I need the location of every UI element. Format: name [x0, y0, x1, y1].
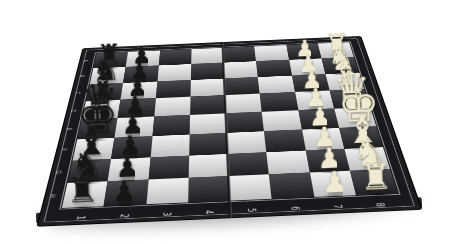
square[interactable] — [256, 60, 291, 77]
square[interactable] — [225, 94, 262, 114]
front-coordinate: 3 — [161, 212, 172, 217]
chess-board-frame: ♜♟♟♜♞♟♟♞♝♟♟♝♛♟♟♛♚♟♟♚♝♟♟♝♞♟♟♞♜♟♟♜ 1234567… — [36, 36, 422, 227]
black-rook[interactable]: ♜ — [61, 171, 104, 209]
square[interactable] — [188, 176, 230, 202]
square[interactable] — [189, 133, 228, 156]
left-coordinate: A — [82, 60, 89, 63]
front-coordinate: 6 — [289, 206, 300, 211]
square[interactable] — [264, 129, 305, 151]
front-coordinate: 1 — [75, 215, 86, 220]
left-coordinate: H — [47, 194, 56, 198]
square[interactable] — [224, 61, 258, 78]
square[interactable]: ♟ — [104, 180, 148, 206]
square[interactable] — [191, 48, 224, 64]
square[interactable] — [188, 154, 228, 178]
square[interactable] — [223, 46, 256, 62]
square[interactable] — [267, 150, 310, 174]
front-coordinate: 4 — [204, 210, 215, 215]
white-pawn[interactable]: ♟ — [312, 167, 355, 198]
square[interactable] — [158, 49, 191, 65]
front-coordinate: 5 — [246, 208, 257, 213]
square[interactable] — [157, 64, 191, 81]
front-coordinate: 8 — [374, 202, 386, 207]
square[interactable] — [190, 95, 226, 115]
square[interactable] — [227, 131, 267, 154]
square[interactable] — [228, 152, 269, 176]
white-rook[interactable]: ♜ — [354, 158, 397, 196]
square[interactable]: ♜ — [350, 169, 398, 195]
chess-board-3d-wrapper: ♜♟♟♜♞♟♟♞♝♟♟♝♛♟♟♛♚♟♟♚♝♟♟♝♞♟♟♞♜♟♟♜ 1234567… — [36, 36, 422, 227]
square[interactable] — [269, 173, 314, 199]
square[interactable]: ♜ — [62, 182, 108, 208]
square[interactable] — [148, 155, 189, 179]
black-pawn[interactable]: ♟ — [103, 176, 146, 207]
square[interactable] — [260, 92, 298, 112]
front-coordinate: 7 — [331, 204, 343, 209]
product-photo-stage: ♜♟♟♜♞♟♟♞♝♟♟♝♛♟♟♛♚♟♟♚♝♟♟♝♞♟♟♞♜♟♟♜ 1234567… — [0, 0, 450, 244]
square[interactable] — [226, 112, 264, 133]
square[interactable] — [189, 113, 226, 134]
square[interactable] — [229, 174, 272, 200]
square[interactable]: ♟ — [309, 171, 355, 197]
square[interactable] — [154, 97, 190, 117]
left-coordinate: B — [78, 75, 85, 78]
board-grid: ♜♟♟♜♞♟♟♞♝♟♟♝♛♟♟♛♚♟♟♚♝♟♟♝♞♟♟♞♜♟♟♜ 1234567… — [62, 42, 398, 208]
square[interactable] — [254, 45, 288, 61]
front-coordinate: 2 — [118, 213, 129, 218]
square[interactable] — [262, 110, 302, 131]
square[interactable] — [224, 77, 260, 95]
square[interactable] — [258, 75, 295, 93]
square[interactable] — [191, 63, 225, 80]
square[interactable] — [190, 78, 225, 96]
square[interactable] — [150, 134, 189, 157]
square[interactable] — [152, 115, 190, 136]
square[interactable] — [155, 80, 190, 98]
square[interactable] — [146, 178, 189, 204]
